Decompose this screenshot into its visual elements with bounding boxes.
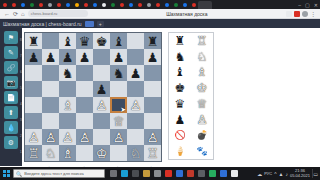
network-icon[interactable]: ▲ [279,171,284,177]
windows-logo-icon [3,170,10,177]
square-b4[interactable] [42,97,59,113]
square-h8[interactable]: ♜ [144,33,161,49]
square-f3[interactable]: ♕ [110,113,127,129]
edit-tool-button[interactable]: ✎ [4,46,18,59]
browser-tab-strip: –▢✕ [0,0,320,9]
browser-tab[interactable] [65,2,71,8]
extension-icon[interactable] [286,11,292,17]
white-pawn-piece: ♙ [130,99,142,112]
browser-tab[interactable] [191,2,197,8]
browser-menu-icon[interactable]: ⋮ [310,11,316,17]
site-header-plus-button[interactable]: + [97,21,104,27]
browser-tab[interactable] [92,2,98,8]
square-b2[interactable]: ♙ [42,129,59,145]
browser-tab[interactable] [146,2,152,8]
droplet-tool-button[interactable]: 💧 [4,121,18,134]
browser-tab[interactable] [83,2,89,8]
black-bishop-piece: ♝ [62,35,74,48]
black-knight-piece: ♞ [62,67,74,80]
extension-icon-red[interactable] [294,11,300,17]
black-queen-piece: ♛ [79,35,91,48]
square-g8[interactable] [127,33,144,49]
taskbar-app-icon[interactable] [165,170,172,177]
square-g6[interactable]: ♟ [127,65,144,81]
site-header: Шахматная доска | chess-board.ru + [0,19,320,28]
square-a1[interactable]: ♖ [25,145,42,161]
taskbar-app-icon[interactable] [209,170,216,177]
square-d7[interactable]: ♟ [76,49,93,65]
square-c1[interactable]: ♗ [59,145,76,161]
square-e1[interactable]: ♔ [93,145,110,161]
square-a5[interactable] [25,81,42,97]
minimize-icon: – [298,2,301,8]
white-bishop-piece: ♗ [62,147,74,160]
square-g4[interactable]: ♙ [127,97,144,113]
site-title: Шахматная доска | chess-board.ru [3,21,82,27]
white-rook-piece: ♖ [147,147,159,160]
square-e3[interactable] [93,113,110,129]
square-c3[interactable] [59,113,76,129]
square-c7[interactable]: ♟ [59,49,76,65]
square-h5[interactable] [144,81,161,97]
piece-palette: ♜♖♞♘♝♗♚♔♛♕♟♙🚫💣🍦🐾 [168,32,214,160]
taskbar-app-icon[interactable] [154,170,161,177]
square-b7[interactable]: ♟ [42,49,59,65]
hidden-icons-chevron[interactable]: ^ [274,171,276,177]
square-g1[interactable]: ♘ [127,145,144,161]
square-h6[interactable] [144,65,161,81]
black-pawn-piece: ♟ [79,51,91,64]
flag-tool-button[interactable]: ⚑ [4,31,18,44]
palette-white-queen[interactable]: ♕ [197,98,208,110]
square-e6[interactable] [93,65,110,81]
notification-center-button[interactable]: ▭ [312,169,318,178]
square-e8[interactable]: ♚ [93,33,110,49]
square-e7[interactable] [93,49,110,65]
browser-tab[interactable] [164,2,170,8]
browser-tab[interactable] [173,2,179,8]
site-header-blue-button[interactable] [85,21,94,27]
onedrive-icon[interactable]: ☁ [257,171,262,177]
start-button[interactable] [0,170,13,177]
palette-ice-cream-tool[interactable]: 🍦 [174,146,185,156]
black-pawn-piece: ♟ [62,51,74,64]
square-d1[interactable] [76,145,93,161]
taskbar-app-icon[interactable] [132,170,139,177]
square-c8[interactable]: ♝ [59,33,76,49]
maximize-icon: ▢ [305,2,310,8]
palette-black-bishop[interactable]: ♝ [175,66,186,78]
tab-favicons[interactable] [2,2,197,8]
white-pawn-piece: ♙ [79,131,91,144]
square-f6[interactable]: ♞ [110,65,127,81]
browser-tab[interactable] [29,2,35,8]
browser-tab[interactable] [137,2,143,8]
square-c2[interactable]: ♙ [59,129,76,145]
home-icon[interactable]: ⌂ [21,11,25,17]
palette-black-knight[interactable]: ♞ [175,51,186,63]
palette-black-rook[interactable]: ♜ [175,35,186,47]
square-f8[interactable]: ♝ [110,33,127,49]
square-f2[interactable]: ♙ [110,129,127,145]
square-a6[interactable] [25,65,42,81]
square-f1[interactable] [110,145,127,161]
square-g7[interactable] [127,49,144,65]
square-a8[interactable]: ♜ [25,33,42,49]
square-g3[interactable] [127,113,144,129]
link-tool-button[interactable]: 🔗 [4,61,18,74]
browser-tab[interactable] [47,2,53,8]
editor-toolbar: ⚑✎🔗📷📄⬆💧⚙ [0,28,22,166]
square-f4[interactable]: ➤ [110,97,127,113]
square-a7[interactable]: ♟ [25,49,42,65]
square-d4[interactable] [76,97,93,113]
square-d8[interactable]: ♛ [76,33,93,49]
palette-white-pawn[interactable]: ♙ [197,114,208,126]
taskbar-app-icon[interactable] [110,170,117,177]
white-pawn-piece: ♙ [28,131,40,144]
browser-tab[interactable] [155,2,161,8]
black-king-piece: ♚ [96,35,108,48]
palette-white-bishop[interactable]: ♗ [197,66,208,78]
close-icon: ✕ [314,2,318,8]
language-indicator[interactable]: РУС [264,171,272,176]
profile-avatar[interactable] [302,11,308,17]
white-pawn-piece: ♙ [147,131,159,144]
square-h2[interactable]: ♙ [144,129,161,145]
browser-tab[interactable] [74,2,80,8]
square-f5[interactable] [110,81,127,97]
square-e2[interactable] [93,129,110,145]
palette-no-sign-tool[interactable]: 🚫 [174,130,185,140]
palette-white-knight[interactable]: ♘ [197,51,208,63]
palette-bomb-tool[interactable]: 💣 [196,130,207,140]
square-g5[interactable] [127,81,144,97]
square-h3[interactable] [144,113,161,129]
white-rook-piece: ♖ [28,147,40,160]
square-a3[interactable] [25,113,42,129]
rank-coordinates: 87654321 [20,32,22,166]
black-knight-piece: ♞ [113,67,125,80]
system-tray[interactable]: ☁ РУС ^ ▲ ♪ 21:36 05.04.2021 ▭ [257,169,320,179]
square-b1[interactable]: ♘ [42,145,59,161]
square-d2[interactable]: ♙ [76,129,93,145]
square-g2[interactable] [127,129,144,145]
taskbar-search[interactable]: 🔍 Введите здесь текст для поиска [13,169,105,178]
chess-board[interactable]: ♜♝♛♚♝♜♟♟♟♟♟♟♞♞♟♟♗♙➤♙♕♙♙♙♙♙♙♖♘♗♔♘♖ [24,32,162,162]
browser-tab[interactable] [20,2,26,8]
white-knight-piece: ♘ [130,147,142,160]
volume-icon[interactable]: ♪ [285,171,288,177]
url-field[interactable]: chess-board.ru [28,10,88,17]
square-c6[interactable]: ♞ [59,65,76,81]
palette-white-rook[interactable]: ♖ [197,35,208,47]
browser-tab[interactable] [128,2,134,8]
browser-tab[interactable] [110,2,116,8]
taskbar-app-icon[interactable] [143,170,150,177]
taskbar-app-icon[interactable] [121,170,128,177]
palette-black-queen[interactable]: ♛ [175,98,186,110]
file-tool-button[interactable]: 📄 [4,91,18,104]
mouse-cursor-icon: ➤ [120,106,126,113]
white-king-piece: ♔ [96,147,108,160]
white-bishop-piece: ♗ [62,99,74,112]
windows-taskbar: 🔍 Введите здесь текст для поиска ☁ РУС ^… [0,167,320,180]
black-pawn-piece: ♟ [147,51,159,64]
square-c5[interactable] [59,81,76,97]
browser-tab[interactable] [101,2,107,8]
browser-tab[interactable] [2,2,8,8]
clock-date: 05.04.2021 [290,174,310,179]
square-h7[interactable]: ♟ [144,49,161,65]
taskbar-app-icon[interactable] [220,170,227,177]
square-b8[interactable] [42,33,59,49]
square-d6[interactable] [76,65,93,81]
browser-tab[interactable] [119,2,125,8]
square-b3[interactable] [42,113,59,129]
square-h1[interactable]: ♖ [144,145,161,161]
square-e4[interactable]: ♙ [93,97,110,113]
palette-black-pawn[interactable]: ♟ [175,114,186,126]
camera-tool-button[interactable]: 📷 [4,76,18,89]
square-c4[interactable]: ♗ [59,97,76,113]
browser-tab[interactable] [38,2,44,8]
browser-tab[interactable] [56,2,62,8]
share-tool-button[interactable]: ⬆ [4,106,18,119]
square-f7[interactable]: ♟ [110,49,127,65]
search-icon: 🔍 [16,171,22,177]
active-tab[interactable] [198,1,212,9]
browser-tab[interactable] [11,2,17,8]
taskbar-app-icon[interactable] [187,170,194,177]
search-placeholder: Введите здесь текст для поиска [24,171,83,176]
black-rook-piece: ♜ [28,35,40,48]
white-pawn-piece: ♙ [96,99,108,112]
page-title: Шахматная доска [91,11,283,17]
white-pawn-piece: ♙ [45,131,57,144]
palette-white-king[interactable]: ♔ [197,82,208,94]
taskbar-app-icon[interactable] [231,170,238,177]
board-wrapper: ♜♝♛♚♝♜♟♟♟♟♟♟♞♞♟♟♗♙➤♙♕♙♙♙♙♙♙♖♘♗♔♘♖ 876543… [24,32,162,166]
square-a2[interactable]: ♙ [25,129,42,145]
black-pawn-piece: ♟ [45,51,57,64]
black-pawn-piece: ♟ [96,83,108,96]
gear-tool-button[interactable]: ⚙ [4,136,18,149]
reload-icon[interactable]: ⟳ [13,11,18,17]
black-bishop-piece: ♝ [113,35,125,48]
black-pawn-piece: ♟ [130,67,142,80]
taskbar-app-icons[interactable] [110,170,238,177]
palette-black-king[interactable]: ♚ [175,82,186,94]
white-queen-piece: ♕ [113,115,125,128]
square-b6[interactable] [42,65,59,81]
palette-paw-tool[interactable]: 🐾 [196,146,207,156]
back-icon[interactable]: ← [4,11,10,17]
browser-tab[interactable] [182,2,188,8]
black-pawn-piece: ♟ [113,51,125,64]
black-rook-piece: ♜ [147,35,159,48]
square-a4[interactable] [25,97,42,113]
taskbar-app-icon[interactable] [198,170,205,177]
square-d5[interactable] [76,81,93,97]
page-content: ⚑✎🔗📷📄⬆💧⚙ ♜♝♛♚♝♜♟♟♟♟♟♟♞♞♟♟♗♙➤♙♕♙♙♙♙♙♙♖♘♗♔… [0,28,320,166]
white-knight-piece: ♘ [45,147,57,160]
browser-address-bar: ← ⟳ ⌂ chess-board.ru Шахматная доска ⋮ [0,9,320,19]
black-pawn-piece: ♟ [28,51,40,64]
square-e5[interactable]: ♟ [93,81,110,97]
square-d3[interactable] [76,113,93,129]
white-pawn-piece: ♙ [113,131,125,144]
white-pawn-piece: ♙ [62,131,74,144]
taskbar-app-icon[interactable] [176,170,183,177]
square-h4[interactable] [144,97,161,113]
taskbar-clock[interactable]: 21:36 05.04.2021 [290,169,310,179]
window-controls[interactable]: –▢✕ [298,2,318,8]
square-b5[interactable] [42,81,59,97]
